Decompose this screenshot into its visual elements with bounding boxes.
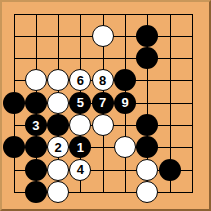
move-number: 3 <box>32 119 39 132</box>
move-number: 8 <box>99 74 106 87</box>
stone-black <box>159 159 181 181</box>
stone-black <box>136 114 158 136</box>
stone-black <box>136 25 158 47</box>
move-number: 7 <box>99 96 106 109</box>
stone-white <box>92 25 114 47</box>
stone-white-move-6: 6 <box>69 69 91 91</box>
stone-black-move-7: 7 <box>92 92 114 114</box>
stone-black-move-3: 3 <box>25 114 47 136</box>
stone-black-move-5: 5 <box>69 92 91 114</box>
grid-line-vertical <box>192 14 193 193</box>
move-number: 6 <box>77 74 84 87</box>
stone-black-move-9: 9 <box>114 92 136 114</box>
stone-black <box>25 159 47 181</box>
stone-white <box>47 92 69 114</box>
go-board: 685793214 <box>0 0 211 211</box>
stone-black <box>25 136 47 158</box>
stone-white <box>92 114 114 136</box>
stone-black <box>114 69 136 91</box>
go-diagram: 685793214 <box>0 0 211 211</box>
stone-black <box>47 114 69 136</box>
stone-black <box>3 92 25 114</box>
move-number: 9 <box>121 96 128 109</box>
stone-black-move-1: 1 <box>69 136 91 158</box>
stone-white-move-8: 8 <box>92 69 114 91</box>
stone-white <box>47 181 69 203</box>
stone-black <box>136 136 158 158</box>
move-number: 2 <box>54 141 61 154</box>
stone-black <box>25 181 47 203</box>
stone-white <box>136 159 158 181</box>
move-number: 4 <box>77 163 84 176</box>
stone-white <box>25 69 47 91</box>
stone-black <box>3 136 25 158</box>
move-number: 1 <box>77 141 84 154</box>
stone-white <box>47 159 69 181</box>
stone-white <box>114 136 136 158</box>
move-number: 5 <box>77 96 84 109</box>
stone-white-move-4: 4 <box>69 159 91 181</box>
stone-white <box>69 114 91 136</box>
stone-black <box>136 47 158 69</box>
stone-white-move-2: 2 <box>47 136 69 158</box>
stone-black <box>25 92 47 114</box>
stone-white <box>47 69 69 91</box>
stone-white <box>136 181 158 203</box>
